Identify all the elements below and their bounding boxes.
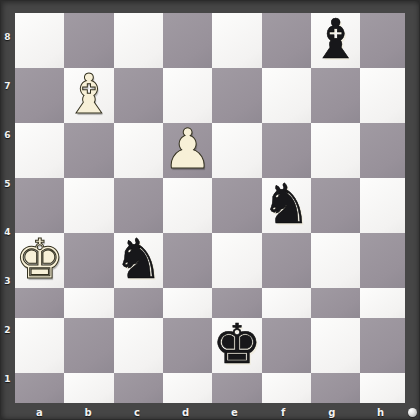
- file-label-f: f: [259, 405, 308, 420]
- square-e1[interactable]: [212, 373, 261, 403]
- square-h3[interactable]: [360, 288, 405, 318]
- white-to-move-indicator: [408, 408, 417, 417]
- rank-label-5: 5: [0, 159, 15, 208]
- square-a8[interactable]: [15, 13, 64, 68]
- file-label-d: d: [161, 405, 210, 420]
- square-d2[interactable]: [163, 318, 212, 373]
- file-label-a: a: [15, 405, 64, 420]
- square-f6[interactable]: [262, 123, 311, 178]
- square-d8[interactable]: [163, 13, 212, 68]
- square-a4[interactable]: ♚: [15, 233, 64, 288]
- square-g1[interactable]: [311, 373, 360, 403]
- rank-label-8: 8: [0, 13, 15, 62]
- rank-label-7: 7: [0, 62, 15, 111]
- rank-label-2: 2: [0, 306, 15, 355]
- square-b3[interactable]: [64, 288, 113, 318]
- square-e2[interactable]: ♚: [212, 318, 261, 373]
- rank-coordinates: 87654321: [0, 13, 15, 403]
- square-f8[interactable]: [262, 13, 311, 68]
- rank-label-3: 3: [0, 257, 15, 306]
- black-bishop[interactable]: ♝: [311, 12, 360, 67]
- square-c8[interactable]: [114, 13, 163, 68]
- square-f5[interactable]: ♞: [262, 178, 311, 233]
- square-c6[interactable]: [114, 123, 163, 178]
- square-a5[interactable]: [15, 178, 64, 233]
- square-e6[interactable]: [212, 123, 261, 178]
- square-g6[interactable]: [311, 123, 360, 178]
- square-g4[interactable]: [311, 233, 360, 288]
- square-h1[interactable]: [360, 373, 405, 403]
- square-b2[interactable]: [64, 318, 113, 373]
- square-h4[interactable]: [360, 233, 405, 288]
- square-d1[interactable]: [163, 373, 212, 403]
- square-b4[interactable]: [64, 233, 113, 288]
- square-e4[interactable]: [212, 233, 261, 288]
- white-king[interactable]: ♚: [15, 232, 64, 287]
- rank-label-1: 1: [0, 354, 15, 403]
- square-e8[interactable]: [212, 13, 261, 68]
- square-h5[interactable]: [360, 178, 405, 233]
- file-coordinates: abcdefgh: [15, 405, 405, 420]
- square-d3[interactable]: [163, 288, 212, 318]
- square-b7[interactable]: ♝: [64, 68, 113, 123]
- square-g8[interactable]: ♝: [311, 13, 360, 68]
- file-label-b: b: [64, 405, 113, 420]
- black-knight[interactable]: ♞: [114, 232, 163, 287]
- square-c2[interactable]: [114, 318, 163, 373]
- square-a7[interactable]: [15, 68, 64, 123]
- square-f7[interactable]: [262, 68, 311, 123]
- square-b1[interactable]: [64, 373, 113, 403]
- square-b8[interactable]: [64, 13, 113, 68]
- square-a1[interactable]: [15, 373, 64, 403]
- square-a2[interactable]: [15, 318, 64, 373]
- black-knight[interactable]: ♞: [262, 177, 311, 232]
- rank-label-4: 4: [0, 208, 15, 257]
- chess-board[interactable]: ♝♝♟♞♚♞♚: [15, 13, 405, 403]
- square-f2[interactable]: [262, 318, 311, 373]
- square-h7[interactable]: [360, 68, 405, 123]
- square-g2[interactable]: [311, 318, 360, 373]
- black-king[interactable]: ♚: [212, 317, 261, 372]
- square-d5[interactable]: [163, 178, 212, 233]
- white-pawn[interactable]: ♟: [163, 122, 212, 177]
- file-label-h: h: [356, 405, 405, 420]
- square-h8[interactable]: [360, 13, 405, 68]
- square-f4[interactable]: [262, 233, 311, 288]
- square-c4[interactable]: ♞: [114, 233, 163, 288]
- square-e7[interactable]: [212, 68, 261, 123]
- square-c3[interactable]: [114, 288, 163, 318]
- chess-diagram: ♝♝♟♞♚♞♚ 87654321 abcdefgh: [0, 0, 420, 420]
- square-a6[interactable]: [15, 123, 64, 178]
- square-g7[interactable]: [311, 68, 360, 123]
- square-f1[interactable]: [262, 373, 311, 403]
- square-a3[interactable]: [15, 288, 64, 318]
- square-d7[interactable]: [163, 68, 212, 123]
- file-label-c: c: [113, 405, 162, 420]
- square-g5[interactable]: [311, 178, 360, 233]
- square-g3[interactable]: [311, 288, 360, 318]
- square-h6[interactable]: [360, 123, 405, 178]
- square-b5[interactable]: [64, 178, 113, 233]
- square-h2[interactable]: [360, 318, 405, 373]
- square-b6[interactable]: [64, 123, 113, 178]
- square-f3[interactable]: [262, 288, 311, 318]
- file-label-e: e: [210, 405, 259, 420]
- square-c7[interactable]: [114, 68, 163, 123]
- file-label-g: g: [308, 405, 357, 420]
- square-c1[interactable]: [114, 373, 163, 403]
- square-d6[interactable]: ♟: [163, 123, 212, 178]
- rank-label-6: 6: [0, 111, 15, 160]
- square-d4[interactable]: [163, 233, 212, 288]
- square-c5[interactable]: [114, 178, 163, 233]
- square-e5[interactable]: [212, 178, 261, 233]
- white-bishop[interactable]: ♝: [64, 67, 113, 122]
